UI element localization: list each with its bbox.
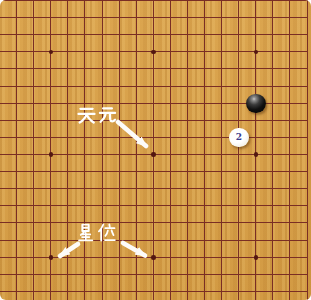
board-cell[interactable] [299, 61, 311, 78]
board-cell[interactable] [25, 43, 42, 60]
board-cell[interactable] [77, 9, 94, 26]
board-cell[interactable] [0, 180, 8, 197]
board-cell[interactable] [196, 43, 213, 60]
board-cell[interactable] [0, 146, 8, 163]
board-cell[interactable] [60, 43, 77, 60]
board-cell[interactable] [111, 43, 128, 60]
board-cell[interactable] [213, 215, 230, 232]
board-cell[interactable] [25, 112, 42, 129]
board-cell[interactable] [230, 180, 247, 197]
board-cell[interactable] [111, 26, 128, 43]
board-cell[interactable] [213, 232, 230, 249]
board-cell[interactable] [60, 129, 77, 146]
board-cell[interactable] [247, 129, 264, 146]
board-cell[interactable] [247, 0, 264, 9]
board-cell[interactable] [196, 283, 213, 300]
board-cell[interactable] [247, 112, 264, 129]
board-cell[interactable] [264, 78, 281, 95]
board-cell[interactable] [162, 129, 179, 146]
board-cell[interactable] [94, 0, 111, 9]
board-cell[interactable] [128, 78, 145, 95]
board-cell[interactable] [60, 95, 77, 112]
board-cell[interactable] [8, 78, 25, 95]
board-cell[interactable] [94, 146, 111, 163]
board-cell[interactable] [0, 129, 8, 146]
board-cell[interactable] [0, 163, 8, 180]
board-cell[interactable] [264, 95, 281, 112]
board-cell[interactable] [0, 43, 8, 60]
board-cell[interactable] [213, 95, 230, 112]
board-cell[interactable] [264, 26, 281, 43]
board-cell[interactable] [213, 78, 230, 95]
board-cell[interactable] [77, 43, 94, 60]
board-cell[interactable] [111, 9, 128, 26]
board-cell[interactable] [213, 266, 230, 283]
board-cell[interactable] [230, 95, 247, 112]
board-cell[interactable] [264, 61, 281, 78]
board-cell[interactable] [247, 95, 264, 112]
board-cell[interactable] [213, 61, 230, 78]
board-cell[interactable] [128, 0, 145, 9]
board-cell[interactable] [247, 197, 264, 214]
board-cell[interactable] [145, 112, 162, 129]
board-cell[interactable] [0, 78, 8, 95]
board-cell[interactable] [60, 249, 77, 266]
board-cell[interactable] [0, 26, 8, 43]
board-cell[interactable] [42, 180, 59, 197]
board-cell[interactable] [162, 9, 179, 26]
board-cell[interactable] [94, 249, 111, 266]
board-cell[interactable] [179, 43, 196, 60]
board-cell[interactable] [8, 129, 25, 146]
board-cell[interactable] [42, 61, 59, 78]
board-cell[interactable] [111, 0, 128, 9]
board-cell[interactable] [94, 61, 111, 78]
board-cell[interactable] [145, 26, 162, 43]
board-cell[interactable] [230, 266, 247, 283]
board-cell[interactable] [8, 215, 25, 232]
board-cell[interactable] [145, 249, 162, 266]
board-cell[interactable] [60, 0, 77, 9]
board-cell[interactable] [264, 266, 281, 283]
board-cell[interactable] [42, 9, 59, 26]
board-cell[interactable] [128, 9, 145, 26]
board-cell[interactable] [282, 180, 299, 197]
board-cell[interactable] [230, 215, 247, 232]
board-cell[interactable] [145, 163, 162, 180]
board-cell[interactable] [145, 232, 162, 249]
board-cell[interactable] [25, 215, 42, 232]
board-cell[interactable] [264, 180, 281, 197]
board-cell[interactable] [0, 197, 8, 214]
board-cell[interactable] [128, 26, 145, 43]
board-cell[interactable] [8, 197, 25, 214]
board-cell[interactable] [42, 163, 59, 180]
board-cell[interactable] [282, 266, 299, 283]
board-cell[interactable] [264, 129, 281, 146]
board-cell[interactable] [94, 283, 111, 300]
board-cell[interactable] [282, 249, 299, 266]
board-cell[interactable] [8, 249, 25, 266]
board-cell[interactable] [247, 249, 264, 266]
board-cell[interactable] [25, 129, 42, 146]
board-cell[interactable] [179, 163, 196, 180]
board-cell[interactable] [128, 95, 145, 112]
board-cell[interactable] [282, 78, 299, 95]
board-cell[interactable] [77, 163, 94, 180]
board-cell[interactable] [145, 43, 162, 60]
board-cell[interactable] [42, 215, 59, 232]
board-cell[interactable] [299, 266, 311, 283]
board-cell[interactable] [42, 129, 59, 146]
board-cell[interactable] [264, 283, 281, 300]
board-cell[interactable] [299, 180, 311, 197]
board-cell[interactable] [282, 61, 299, 78]
board-cell[interactable] [299, 78, 311, 95]
board-cell[interactable] [77, 249, 94, 266]
board-cell[interactable] [0, 266, 8, 283]
board-cell[interactable] [282, 163, 299, 180]
board-cell[interactable] [111, 163, 128, 180]
board-cell[interactable] [77, 197, 94, 214]
board-cell[interactable] [162, 215, 179, 232]
board-cell[interactable] [94, 43, 111, 60]
board-cell[interactable] [282, 43, 299, 60]
board-cell[interactable] [145, 129, 162, 146]
board-cell[interactable] [8, 26, 25, 43]
board-cell[interactable] [162, 43, 179, 60]
board-cell[interactable] [196, 129, 213, 146]
board-cell[interactable] [282, 112, 299, 129]
board-cell[interactable] [42, 266, 59, 283]
board-cell[interactable] [128, 180, 145, 197]
board-cell[interactable] [230, 61, 247, 78]
board-cell[interactable] [128, 146, 145, 163]
board-cell[interactable] [42, 197, 59, 214]
board-cell[interactable] [213, 197, 230, 214]
board-cell[interactable] [8, 43, 25, 60]
board-cell[interactable] [111, 78, 128, 95]
board-cell[interactable] [111, 197, 128, 214]
board-cell[interactable] [230, 146, 247, 163]
board-cell[interactable] [230, 43, 247, 60]
board-cell[interactable] [94, 266, 111, 283]
board-cell[interactable] [0, 215, 8, 232]
board-cell[interactable] [60, 146, 77, 163]
board-cell[interactable] [299, 43, 311, 60]
board-cell[interactable] [299, 283, 311, 300]
board-cell[interactable] [299, 197, 311, 214]
board-cell[interactable] [196, 266, 213, 283]
board-cell[interactable] [247, 43, 264, 60]
board-cell[interactable] [25, 266, 42, 283]
board-cell[interactable] [77, 146, 94, 163]
board-cell[interactable] [8, 163, 25, 180]
board-cell[interactable] [162, 232, 179, 249]
board-cell[interactable] [282, 26, 299, 43]
board-cell[interactable] [94, 9, 111, 26]
board-cell[interactable] [247, 26, 264, 43]
board-cell[interactable] [196, 163, 213, 180]
board-cell[interactable] [247, 180, 264, 197]
board-cell[interactable] [8, 232, 25, 249]
board-cell[interactable] [77, 283, 94, 300]
board-cell[interactable] [128, 43, 145, 60]
board-cell[interactable] [230, 26, 247, 43]
board-cell[interactable] [8, 146, 25, 163]
board-cell[interactable] [145, 180, 162, 197]
board-cell[interactable] [25, 249, 42, 266]
board-cell[interactable] [162, 146, 179, 163]
board-cell[interactable] [145, 61, 162, 78]
board-cell[interactable] [8, 61, 25, 78]
board-cell[interactable] [299, 95, 311, 112]
board-cell[interactable] [60, 9, 77, 26]
board-cell[interactable] [145, 197, 162, 214]
board-cell[interactable] [94, 163, 111, 180]
board-cell[interactable] [60, 283, 77, 300]
board-cell[interactable] [196, 78, 213, 95]
board-cell[interactable] [196, 95, 213, 112]
board-cell[interactable] [196, 146, 213, 163]
board-cell[interactable] [196, 112, 213, 129]
board-cell[interactable] [0, 112, 8, 129]
board-cell[interactable] [25, 163, 42, 180]
board-cell[interactable] [8, 9, 25, 26]
board-cell[interactable] [77, 26, 94, 43]
board-cell[interactable] [282, 9, 299, 26]
board-cell[interactable] [162, 249, 179, 266]
board-cell[interactable] [145, 283, 162, 300]
board-cell[interactable] [25, 0, 42, 9]
board-cell[interactable] [179, 95, 196, 112]
board-cell[interactable] [128, 112, 145, 129]
board-cell[interactable] [60, 266, 77, 283]
board-cell[interactable] [60, 232, 77, 249]
board-cell[interactable] [42, 232, 59, 249]
board-cell[interactable] [25, 180, 42, 197]
board-cell[interactable] [196, 0, 213, 9]
board-cell[interactable] [162, 61, 179, 78]
board-cell[interactable] [25, 61, 42, 78]
board-cell[interactable] [162, 0, 179, 9]
board-cell[interactable] [162, 95, 179, 112]
board-cell[interactable] [145, 266, 162, 283]
board-cell[interactable] [94, 180, 111, 197]
board-cell[interactable] [247, 163, 264, 180]
board-cell[interactable] [60, 180, 77, 197]
board-cell[interactable] [179, 215, 196, 232]
board-cell[interactable] [264, 215, 281, 232]
board-cell[interactable] [42, 26, 59, 43]
board-cell[interactable] [128, 163, 145, 180]
board-cell[interactable] [25, 26, 42, 43]
board-cell[interactable] [230, 283, 247, 300]
board-cell[interactable] [247, 266, 264, 283]
board-cell[interactable] [128, 232, 145, 249]
board-cell[interactable] [128, 61, 145, 78]
board-cell[interactable] [299, 9, 311, 26]
board-cell[interactable] [179, 129, 196, 146]
board-cell[interactable] [196, 61, 213, 78]
board-cell[interactable] [145, 146, 162, 163]
board-cell[interactable] [264, 9, 281, 26]
board-cell[interactable] [179, 266, 196, 283]
board-cell[interactable] [94, 129, 111, 146]
board-cell[interactable] [42, 95, 59, 112]
board-cell[interactable] [213, 129, 230, 146]
board-cell[interactable] [179, 197, 196, 214]
board-cell[interactable] [42, 78, 59, 95]
board-cell[interactable] [230, 249, 247, 266]
board-cell[interactable] [162, 26, 179, 43]
board-cell[interactable] [111, 266, 128, 283]
board-cell[interactable] [213, 249, 230, 266]
board-cell[interactable] [299, 129, 311, 146]
board-cell[interactable] [264, 0, 281, 9]
board-cell[interactable] [77, 180, 94, 197]
board-cell[interactable] [247, 61, 264, 78]
board-cell[interactable] [179, 78, 196, 95]
board-cell[interactable] [179, 61, 196, 78]
board-cell[interactable] [196, 9, 213, 26]
board-cell[interactable] [8, 95, 25, 112]
board-cell[interactable] [264, 112, 281, 129]
board-cell[interactable] [299, 112, 311, 129]
board-cell[interactable] [196, 26, 213, 43]
board-cell[interactable] [94, 197, 111, 214]
board-cell[interactable] [42, 112, 59, 129]
board-cell[interactable] [162, 78, 179, 95]
board-cell[interactable] [0, 283, 8, 300]
board-cell[interactable] [213, 112, 230, 129]
board-cell[interactable] [0, 9, 8, 26]
board-cell[interactable] [264, 249, 281, 266]
board-cell[interactable] [77, 0, 94, 9]
board-cell[interactable] [60, 61, 77, 78]
board-cell[interactable] [179, 112, 196, 129]
board-cell[interactable] [25, 197, 42, 214]
board-cell[interactable] [0, 0, 8, 9]
board-cell[interactable] [25, 9, 42, 26]
board-cell[interactable] [247, 232, 264, 249]
board-cell[interactable] [179, 232, 196, 249]
board-cell[interactable] [196, 197, 213, 214]
board-cell[interactable] [111, 129, 128, 146]
board-cell[interactable] [145, 215, 162, 232]
board-cell[interactable] [60, 215, 77, 232]
board-cell[interactable] [111, 283, 128, 300]
board-cell[interactable] [230, 0, 247, 9]
board-cell[interactable] [60, 78, 77, 95]
board-cell[interactable] [299, 163, 311, 180]
board-cell[interactable] [8, 180, 25, 197]
board-cell[interactable] [94, 78, 111, 95]
board-cell[interactable] [299, 215, 311, 232]
board-cell[interactable] [77, 61, 94, 78]
board-cell[interactable] [128, 283, 145, 300]
board-cell[interactable] [264, 146, 281, 163]
board-cell[interactable] [128, 197, 145, 214]
board-cell[interactable] [282, 95, 299, 112]
board-cell[interactable] [230, 232, 247, 249]
board-cell[interactable] [282, 146, 299, 163]
board-cell[interactable] [179, 0, 196, 9]
board-cell[interactable] [247, 215, 264, 232]
board-cell[interactable] [111, 180, 128, 197]
board-cell[interactable] [282, 0, 299, 9]
board-cell[interactable] [230, 197, 247, 214]
board-cell[interactable] [213, 26, 230, 43]
board-cell[interactable] [264, 43, 281, 60]
board-cell[interactable] [145, 78, 162, 95]
board-cell[interactable] [8, 112, 25, 129]
board-cell[interactable] [42, 146, 59, 163]
board-cell[interactable] [179, 26, 196, 43]
board-cell[interactable] [247, 78, 264, 95]
board-cell[interactable] [111, 146, 128, 163]
board-cell[interactable] [196, 215, 213, 232]
board-cell[interactable] [230, 163, 247, 180]
board-cell[interactable] [162, 163, 179, 180]
board-cell[interactable] [179, 283, 196, 300]
board-cell[interactable] [0, 249, 8, 266]
board-cell[interactable] [42, 0, 59, 9]
board-cell[interactable] [42, 249, 59, 266]
board-cell[interactable] [162, 266, 179, 283]
board-cell[interactable] [94, 26, 111, 43]
board-cell[interactable] [162, 112, 179, 129]
board-cell[interactable] [77, 78, 94, 95]
board-cell[interactable] [213, 146, 230, 163]
board-cell[interactable] [213, 163, 230, 180]
board-cell[interactable] [230, 9, 247, 26]
board-cell[interactable] [0, 61, 8, 78]
board-cell[interactable] [0, 232, 8, 249]
board-cell[interactable] [247, 146, 264, 163]
board-cell[interactable] [77, 266, 94, 283]
board-cell[interactable] [128, 215, 145, 232]
board-cell[interactable] [42, 43, 59, 60]
board-cell[interactable] [25, 78, 42, 95]
board-cell[interactable] [60, 163, 77, 180]
board-cell[interactable] [213, 43, 230, 60]
board-cell[interactable] [179, 9, 196, 26]
board-cell[interactable] [60, 112, 77, 129]
board-cell[interactable] [0, 95, 8, 112]
board-cell[interactable] [282, 197, 299, 214]
board-cell[interactable] [128, 266, 145, 283]
board-cell[interactable] [282, 215, 299, 232]
board-cell[interactable] [264, 232, 281, 249]
board-cell[interactable] [179, 146, 196, 163]
board-cell[interactable] [128, 249, 145, 266]
board-cell[interactable] [299, 26, 311, 43]
board-cell[interactable] [77, 129, 94, 146]
board-cell[interactable] [247, 9, 264, 26]
board-cell[interactable] [8, 283, 25, 300]
board-cell[interactable] [128, 129, 145, 146]
board-cell[interactable] [8, 266, 25, 283]
board-cell[interactable] [230, 112, 247, 129]
board-cell[interactable] [299, 249, 311, 266]
board-cell[interactable] [196, 180, 213, 197]
board-cell[interactable] [162, 197, 179, 214]
board-cell[interactable] [111, 61, 128, 78]
board-cell[interactable] [213, 9, 230, 26]
board-cell[interactable] [230, 78, 247, 95]
board-cell[interactable] [196, 249, 213, 266]
